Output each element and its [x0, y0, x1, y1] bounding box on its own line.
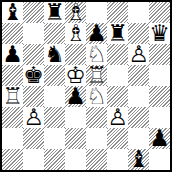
square-h2[interactable]: ♟: [149, 128, 170, 149]
square-f1[interactable]: [107, 149, 128, 170]
square-g5[interactable]: [128, 65, 149, 86]
square-c2[interactable]: [44, 128, 65, 149]
piece-white-bishop: ♝♗: [65, 23, 86, 44]
square-c1[interactable]: [44, 149, 65, 170]
square-a8[interactable]: ♝: [2, 2, 23, 23]
square-g8[interactable]: [128, 2, 149, 23]
piece-white-rook: ♜♖: [2, 86, 23, 107]
square-b7[interactable]: [23, 23, 44, 44]
square-h5[interactable]: [149, 65, 170, 86]
square-a1[interactable]: [2, 149, 23, 170]
piece-black-queen: ♛: [149, 23, 170, 44]
square-d2[interactable]: [65, 128, 86, 149]
piece-outline-layer: ♙: [23, 107, 44, 128]
square-c8[interactable]: ♜: [44, 2, 65, 23]
square-c3[interactable]: [44, 107, 65, 128]
piece-black-knight: ♞: [44, 44, 65, 65]
square-a4[interactable]: ♜♖: [2, 86, 23, 107]
square-e3[interactable]: [86, 107, 107, 128]
square-g4[interactable]: [128, 86, 149, 107]
square-g1[interactable]: ♝: [128, 149, 149, 170]
piece-black-pawn: ♟: [2, 44, 23, 65]
square-e1[interactable]: [86, 149, 107, 170]
square-h1[interactable]: [149, 149, 170, 170]
square-f6[interactable]: [107, 44, 128, 65]
square-g6[interactable]: ♟♙: [128, 44, 149, 65]
square-b8[interactable]: [23, 2, 44, 23]
piece-outline-layer: ♙: [128, 44, 149, 65]
piece-black-bishop: ♝: [2, 2, 23, 23]
square-d4[interactable]: ♟: [65, 86, 86, 107]
piece-outline-layer: ♘: [86, 86, 107, 107]
chess-board: ♝♜♝♗♝♗♟♜♛♟♞♞♘♟♙♚♚♔♜♖♜♖♟♞♘♟♙♟♙♟♝: [0, 0, 172, 172]
square-b1[interactable]: [23, 149, 44, 170]
piece-outline-layer: ♗: [65, 23, 86, 44]
square-b5[interactable]: ♚: [23, 65, 44, 86]
piece-outline-layer: ♙: [107, 107, 128, 128]
square-f5[interactable]: [107, 65, 128, 86]
square-d7[interactable]: ♝♗: [65, 23, 86, 44]
piece-black-bishop: ♝: [128, 149, 149, 170]
piece-black-rook: ♜: [44, 2, 65, 23]
square-a6[interactable]: ♟: [2, 44, 23, 65]
square-d1[interactable]: [65, 149, 86, 170]
piece-black-pawn: ♟: [65, 86, 86, 107]
chess-board-grid: ♝♜♝♗♝♗♟♜♛♟♞♞♘♟♙♚♚♔♜♖♜♖♟♞♘♟♙♟♙♟♝: [2, 2, 170, 170]
piece-white-pawn: ♟♙: [23, 107, 44, 128]
square-e4[interactable]: ♞♘: [86, 86, 107, 107]
square-b2[interactable]: [23, 128, 44, 149]
square-d3[interactable]: [65, 107, 86, 128]
square-a3[interactable]: [2, 107, 23, 128]
square-f3[interactable]: ♟♙: [107, 107, 128, 128]
square-c5[interactable]: [44, 65, 65, 86]
piece-black-king: ♚: [23, 65, 44, 86]
piece-white-knight: ♞♘: [86, 86, 107, 107]
piece-white-pawn: ♟♙: [107, 107, 128, 128]
square-f2[interactable]: [107, 128, 128, 149]
square-e2[interactable]: [86, 128, 107, 149]
piece-black-rook: ♜: [107, 23, 128, 44]
square-g3[interactable]: [128, 107, 149, 128]
square-c4[interactable]: [44, 86, 65, 107]
piece-black-pawn: ♟: [149, 128, 170, 149]
piece-outline-layer: ♖: [2, 86, 23, 107]
square-b3[interactable]: ♟♙: [23, 107, 44, 128]
square-h7[interactable]: ♛: [149, 23, 170, 44]
square-a2[interactable]: [2, 128, 23, 149]
square-h6[interactable]: [149, 44, 170, 65]
square-c6[interactable]: ♞: [44, 44, 65, 65]
square-h4[interactable]: [149, 86, 170, 107]
piece-white-pawn: ♟♙: [128, 44, 149, 65]
square-f7[interactable]: ♜: [107, 23, 128, 44]
